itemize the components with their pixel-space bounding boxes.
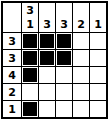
cell-r5-c2-empty[interactable] bbox=[39, 101, 55, 117]
row-clue-2-number: 3 bbox=[8, 52, 16, 65]
cell-r5-c4-empty[interactable] bbox=[73, 101, 89, 117]
cell-r4-c1-empty[interactable] bbox=[22, 84, 38, 100]
cell-r5-c1-filled[interactable] bbox=[22, 101, 38, 117]
row-clue-3: 4 bbox=[3, 67, 21, 83]
cell-r3-c1-filled[interactable] bbox=[22, 67, 38, 83]
cell-r5-c5-empty[interactable] bbox=[90, 101, 106, 117]
row-clue-5: 1 bbox=[3, 101, 21, 117]
cell-r2-c4-empty[interactable] bbox=[73, 50, 89, 66]
puzzle-canvas: 31332133421 bbox=[0, 0, 108, 120]
row-clue-1: 3 bbox=[3, 33, 21, 49]
col-clue-1-number-1: 3 bbox=[26, 4, 34, 18]
col-clue-4-number-1: 2 bbox=[77, 18, 85, 32]
cell-r2-c3-filled[interactable] bbox=[56, 50, 72, 66]
corner-cell bbox=[3, 3, 21, 32]
col-clue-5-number-1: 1 bbox=[94, 18, 102, 32]
row-clue-1-number: 3 bbox=[8, 35, 16, 48]
cell-r1-c5-empty[interactable] bbox=[90, 33, 106, 49]
nonogram-board: 31332133421 bbox=[1, 1, 108, 119]
cell-r4-c5-empty[interactable] bbox=[90, 84, 106, 100]
row-clue-3-number: 4 bbox=[8, 69, 16, 82]
cell-r4-c4-empty[interactable] bbox=[73, 84, 89, 100]
col-clue-5: 1 bbox=[90, 3, 106, 32]
cell-r3-c3-empty[interactable] bbox=[56, 67, 72, 83]
cell-r4-c3-empty[interactable] bbox=[56, 84, 72, 100]
cell-r2-c2-filled[interactable] bbox=[39, 50, 55, 66]
cell-r4-c2-empty[interactable] bbox=[39, 84, 55, 100]
cell-r2-c1-filled[interactable] bbox=[22, 50, 38, 66]
col-clue-3: 3 bbox=[56, 3, 72, 32]
cell-r1-c3-filled[interactable] bbox=[56, 33, 72, 49]
cell-r1-c4-empty[interactable] bbox=[73, 33, 89, 49]
col-clue-2-number-1: 3 bbox=[43, 18, 51, 32]
cell-r3-c4-empty[interactable] bbox=[73, 67, 89, 83]
cell-r1-c2-filled[interactable] bbox=[39, 33, 55, 49]
row-clue-4-number: 2 bbox=[8, 86, 16, 99]
cell-r3-c5-empty[interactable] bbox=[90, 67, 106, 83]
cell-r3-c2-empty[interactable] bbox=[39, 67, 55, 83]
col-clue-3-number-1: 3 bbox=[60, 18, 68, 32]
col-clue-1-number-2: 1 bbox=[26, 18, 34, 32]
col-clue-1: 31 bbox=[22, 3, 38, 32]
row-clue-2: 3 bbox=[3, 50, 21, 66]
cell-r5-c3-empty[interactable] bbox=[56, 101, 72, 117]
row-clue-5-number: 1 bbox=[8, 103, 16, 116]
col-clue-4: 2 bbox=[73, 3, 89, 32]
cell-r2-c5-empty[interactable] bbox=[90, 50, 106, 66]
row-clue-4: 2 bbox=[3, 84, 21, 100]
col-clue-2: 3 bbox=[39, 3, 55, 32]
cell-r1-c1-filled[interactable] bbox=[22, 33, 38, 49]
